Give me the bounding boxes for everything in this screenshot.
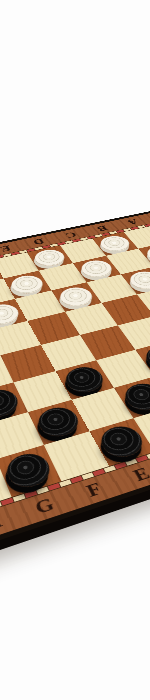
board-wood-border: HGFEDCBA HGFEDCBA	[0, 210, 150, 558]
board-grid	[0, 225, 150, 513]
board-rim: HGFEDCBA HGFEDCBA	[0, 208, 150, 565]
photo-canvas: HGFEDCBA HGFEDCBA	[0, 0, 150, 700]
board-inlay-frame	[0, 222, 150, 522]
file-label: H	[0, 504, 22, 541]
black-piece[interactable]	[2, 449, 56, 492]
checkers-board: HGFEDCBA HGFEDCBA	[0, 208, 150, 565]
